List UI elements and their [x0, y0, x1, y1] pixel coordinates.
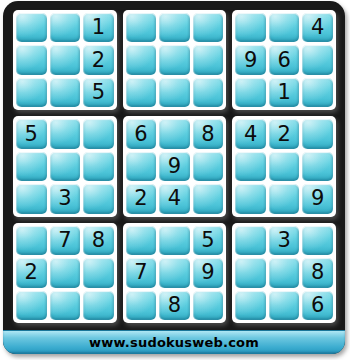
cell-r8c9[interactable]: 8 — [302, 258, 333, 287]
given-digit: 6 — [134, 124, 147, 145]
box-2 — [123, 10, 227, 110]
box-4: 53 — [13, 116, 117, 216]
box-8: 5798 — [123, 223, 227, 323]
cell-r5c8[interactable] — [269, 152, 300, 181]
given-digit: 5 — [201, 230, 214, 251]
given-digit: 6 — [277, 50, 290, 71]
cell-r3c7[interactable] — [235, 78, 266, 107]
cell-r3c9[interactable] — [302, 78, 333, 107]
cell-r1c1[interactable] — [16, 13, 47, 42]
cell-r8c2[interactable] — [50, 258, 81, 287]
given-digit: 2 — [25, 262, 38, 283]
given-digit: 9 — [244, 50, 257, 71]
cell-r7c3[interactable]: 8 — [83, 226, 114, 255]
box-1: 125 — [13, 10, 117, 110]
cell-r6c4[interactable]: 2 — [126, 184, 157, 213]
given-digit: 6 — [311, 295, 324, 316]
cell-r9c6[interactable] — [193, 291, 224, 320]
cell-r5c4[interactable] — [126, 152, 157, 181]
given-digit: 2 — [277, 124, 290, 145]
cell-r4c3[interactable] — [83, 119, 114, 148]
cell-r5c1[interactable] — [16, 152, 47, 181]
given-digit: 3 — [277, 230, 290, 251]
given-digit: 4 — [168, 188, 181, 209]
cell-r6c7[interactable] — [235, 184, 266, 213]
cell-r4c2[interactable] — [50, 119, 81, 148]
cell-r1c4[interactable] — [126, 13, 157, 42]
cell-r9c5[interactable]: 8 — [159, 291, 190, 320]
cell-r4c1[interactable]: 5 — [16, 119, 47, 148]
cell-r3c5[interactable] — [159, 78, 190, 107]
cell-r1c6[interactable] — [193, 13, 224, 42]
cell-r2c2[interactable] — [50, 45, 81, 74]
cell-r9c7[interactable] — [235, 291, 266, 320]
cell-r2c8[interactable]: 6 — [269, 45, 300, 74]
cell-r7c8[interactable]: 3 — [269, 226, 300, 255]
given-digit: 7 — [134, 262, 147, 283]
footer-bar: www.sudokusweb.com — [3, 330, 345, 354]
cell-r7c5[interactable] — [159, 226, 190, 255]
sudoku-board-plate: 125496153689244297825798386 www.sudokusw… — [3, 1, 345, 354]
cell-r8c6[interactable]: 9 — [193, 258, 224, 287]
cell-r5c6[interactable] — [193, 152, 224, 181]
cell-r9c1[interactable] — [16, 291, 47, 320]
given-digit: 4 — [311, 17, 324, 38]
cell-r4c6[interactable]: 8 — [193, 119, 224, 148]
cell-r1c5[interactable] — [159, 13, 190, 42]
given-digit: 2 — [92, 50, 105, 71]
cell-r9c9[interactable]: 6 — [302, 291, 333, 320]
cell-r8c5[interactable] — [159, 258, 190, 287]
cell-r6c1[interactable] — [16, 184, 47, 213]
cell-r1c9[interactable]: 4 — [302, 13, 333, 42]
cell-r4c5[interactable] — [159, 119, 190, 148]
box-5: 68924 — [123, 116, 227, 216]
cell-r2c9[interactable] — [302, 45, 333, 74]
given-digit: 9 — [168, 156, 181, 177]
cell-r8c4[interactable]: 7 — [126, 258, 157, 287]
cell-r3c8[interactable]: 1 — [269, 78, 300, 107]
cell-r5c7[interactable] — [235, 152, 266, 181]
given-digit: 1 — [92, 17, 105, 38]
given-digit: 8 — [92, 230, 105, 251]
box-3: 4961 — [232, 10, 336, 110]
cell-r5c9[interactable] — [302, 152, 333, 181]
cell-r4c4[interactable]: 6 — [126, 119, 157, 148]
cell-r3c2[interactable] — [50, 78, 81, 107]
given-digit: 5 — [92, 82, 105, 103]
cell-r7c1[interactable] — [16, 226, 47, 255]
cell-r6c9[interactable]: 9 — [302, 184, 333, 213]
cell-r5c2[interactable] — [50, 152, 81, 181]
page: 125496153689244297825798386 www.sudokusw… — [0, 0, 350, 360]
cell-r4c9[interactable] — [302, 119, 333, 148]
cell-r6c8[interactable] — [269, 184, 300, 213]
given-digit: 5 — [25, 124, 38, 145]
given-digit: 1 — [277, 82, 290, 103]
given-digit: 3 — [58, 188, 71, 209]
given-digit: 8 — [201, 124, 214, 145]
cell-r5c3[interactable] — [83, 152, 114, 181]
cell-r6c6[interactable] — [193, 184, 224, 213]
cell-r3c1[interactable] — [16, 78, 47, 107]
cell-r8c3[interactable] — [83, 258, 114, 287]
box-9: 386 — [232, 223, 336, 323]
cell-r2c5[interactable] — [159, 45, 190, 74]
cell-r9c2[interactable] — [50, 291, 81, 320]
cell-r3c3[interactable]: 5 — [83, 78, 114, 107]
given-digit: 8 — [168, 295, 181, 316]
cell-r6c3[interactable] — [83, 184, 114, 213]
cell-r8c1[interactable]: 2 — [16, 258, 47, 287]
cell-r7c4[interactable] — [126, 226, 157, 255]
given-digit: 9 — [201, 262, 214, 283]
cell-r1c2[interactable] — [50, 13, 81, 42]
cell-r2c1[interactable] — [16, 45, 47, 74]
cell-r1c8[interactable] — [269, 13, 300, 42]
cell-r7c7[interactable] — [235, 226, 266, 255]
website-url: www.sudokusweb.com — [89, 335, 259, 350]
given-digit: 8 — [311, 262, 324, 283]
cell-r3c6[interactable] — [193, 78, 224, 107]
cell-r6c2[interactable]: 3 — [50, 184, 81, 213]
cell-r2c4[interactable] — [126, 45, 157, 74]
cell-r7c6[interactable]: 5 — [193, 226, 224, 255]
cell-r8c7[interactable] — [235, 258, 266, 287]
given-digit: 9 — [311, 188, 324, 209]
cell-r5c5[interactable]: 9 — [159, 152, 190, 181]
cell-r4c8[interactable]: 2 — [269, 119, 300, 148]
cell-r2c7[interactable]: 9 — [235, 45, 266, 74]
cell-r7c2[interactable]: 7 — [50, 226, 81, 255]
given-digit: 2 — [134, 188, 147, 209]
cell-r8c8[interactable] — [269, 258, 300, 287]
cell-r1c3[interactable]: 1 — [83, 13, 114, 42]
cell-r9c4[interactable] — [126, 291, 157, 320]
cell-r2c3[interactable]: 2 — [83, 45, 114, 74]
cell-r1c7[interactable] — [235, 13, 266, 42]
cell-r4c7[interactable]: 4 — [235, 119, 266, 148]
given-digit: 7 — [58, 230, 71, 251]
cell-r7c9[interactable] — [302, 226, 333, 255]
cell-r9c8[interactable] — [269, 291, 300, 320]
sudoku-grid: 125496153689244297825798386 — [3, 1, 345, 330]
box-7: 782 — [13, 223, 117, 323]
given-digit: 4 — [244, 124, 257, 145]
cell-r3c4[interactable] — [126, 78, 157, 107]
cell-r6c5[interactable]: 4 — [159, 184, 190, 213]
cell-r2c6[interactable] — [193, 45, 224, 74]
box-6: 429 — [232, 116, 336, 216]
cell-r9c3[interactable] — [83, 291, 114, 320]
